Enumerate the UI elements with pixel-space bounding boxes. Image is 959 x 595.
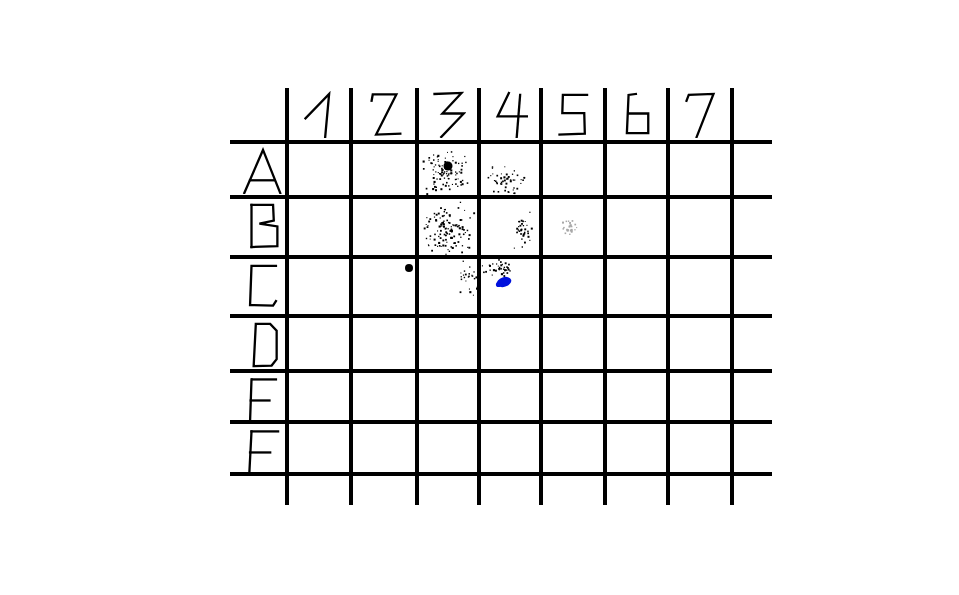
cell-C3[interactable] [417,257,479,316]
cell-E4[interactable] [479,371,541,422]
cell-B1[interactable] [287,197,351,257]
cell-C4[interactable] [479,257,541,316]
cell-B2[interactable] [351,197,417,257]
cell-D1[interactable] [287,316,351,371]
cell-C6[interactable] [605,257,668,316]
cell-A3[interactable] [417,142,479,197]
cell-D5[interactable] [541,316,605,371]
cell-C7[interactable] [668,257,732,316]
row-label-E [240,376,286,423]
cell-B3[interactable] [417,197,479,257]
cell-A2[interactable] [351,142,417,197]
cell-F3[interactable] [417,422,479,474]
cell-B4[interactable] [479,197,541,257]
cell-C1[interactable] [287,257,351,316]
row-label-A [240,147,286,194]
paint-canvas [0,0,959,595]
cell-E5[interactable] [541,371,605,422]
cell-D4[interactable] [479,316,541,371]
cell-E7[interactable] [668,371,732,422]
cell-D2[interactable] [351,316,417,371]
cell-F5[interactable] [541,422,605,474]
col-label-2 [366,91,402,138]
cell-F1[interactable] [287,422,351,474]
cell-B7[interactable] [668,197,732,257]
cell-B5[interactable] [541,197,605,257]
cell-A5[interactable] [541,142,605,197]
cell-A4[interactable] [479,142,541,197]
row-label-F [240,427,286,474]
cell-A1[interactable] [287,142,351,197]
col-label-6 [619,91,655,138]
row-label-D [240,321,286,368]
col-label-7 [682,91,718,138]
cell-F6[interactable] [605,422,668,474]
cell-A7[interactable] [668,142,732,197]
cell-D3[interactable] [417,316,479,371]
cell-D6[interactable] [605,316,668,371]
cell-grid [287,142,732,474]
cell-C5[interactable] [541,257,605,316]
cell-E2[interactable] [351,371,417,422]
cell-E3[interactable] [417,371,479,422]
col-label-1 [301,91,337,138]
row-label-C [240,262,286,309]
cell-F2[interactable] [351,422,417,474]
cell-D7[interactable] [668,316,732,371]
cell-E1[interactable] [287,371,351,422]
cell-A6[interactable] [605,142,668,197]
cell-C2[interactable] [351,257,417,316]
cell-F4[interactable] [479,422,541,474]
col-label-3 [430,91,466,138]
cell-F7[interactable] [668,422,732,474]
col-label-5 [555,91,591,138]
row-label-B [240,202,286,249]
col-label-4 [492,91,528,138]
cell-E6[interactable] [605,371,668,422]
cell-B6[interactable] [605,197,668,257]
